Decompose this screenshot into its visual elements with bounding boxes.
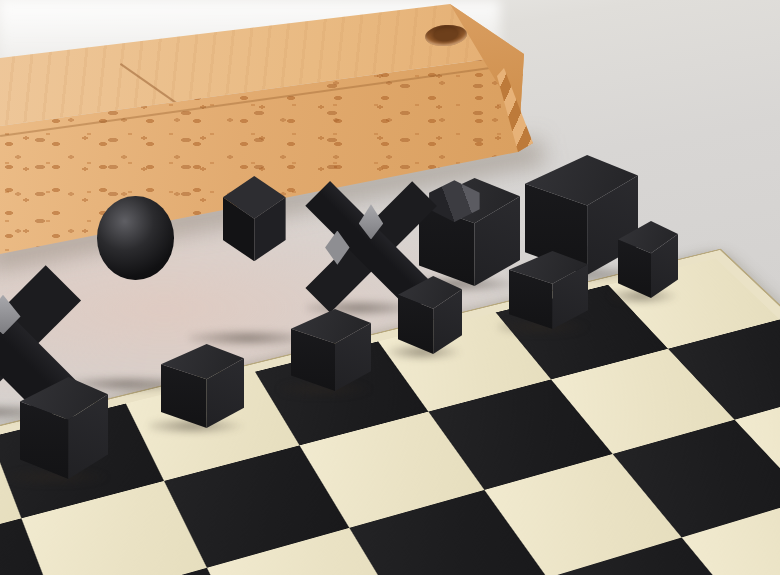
piece-glyph: ♜ rook h8 bbox=[525, 155, 526, 156]
piece-black-pawn-e7[interactable]: ♟ pawn e7 bbox=[291, 309, 371, 391]
piece-glyph: ♟ pawn f7 bbox=[398, 276, 399, 277]
queen-ball bbox=[97, 196, 173, 280]
piece-glyph: ♞ knight g8 bbox=[419, 178, 420, 179]
piece-black-knight-g8[interactable]: ♞ knight g8 bbox=[419, 178, 520, 286]
piece-glyph: ♚ king e8 bbox=[205, 176, 206, 177]
piece-glyph: ♝ bishop f8 bbox=[320, 184, 321, 185]
piece-black-pawn-h7[interactable]: ♟ pawn h7 bbox=[618, 221, 678, 298]
piece-glyph: ♟ pawn h7 bbox=[618, 221, 619, 222]
scene: Bauhaus chess set (Josef Hartwig, Model … bbox=[0, 0, 780, 575]
piece-glyph: ♟ pawn c7 bbox=[20, 377, 21, 378]
piece-black-pawn-f7[interactable]: ♟ pawn f7 bbox=[398, 276, 462, 354]
piece-black-pawn-c7[interactable]: ♟ pawn c7 bbox=[20, 377, 108, 479]
piece-glyph: ♟ pawn e7 bbox=[291, 309, 292, 310]
piece-black-pawn-g7[interactable]: ♟ pawn g7 bbox=[509, 251, 588, 329]
piece-glyph: ♟ pawn g7 bbox=[509, 251, 510, 252]
piece-glyph: ♛ queen d8 bbox=[84, 196, 85, 197]
pieces-layer: ♜ rook h8♞ knight g8♟ pawn h7♝ bishop f8… bbox=[0, 0, 780, 575]
piece-black-pawn-d7[interactable]: ♟ pawn d7 bbox=[161, 344, 244, 428]
piece-glyph: ♟ pawn d7 bbox=[161, 344, 162, 345]
